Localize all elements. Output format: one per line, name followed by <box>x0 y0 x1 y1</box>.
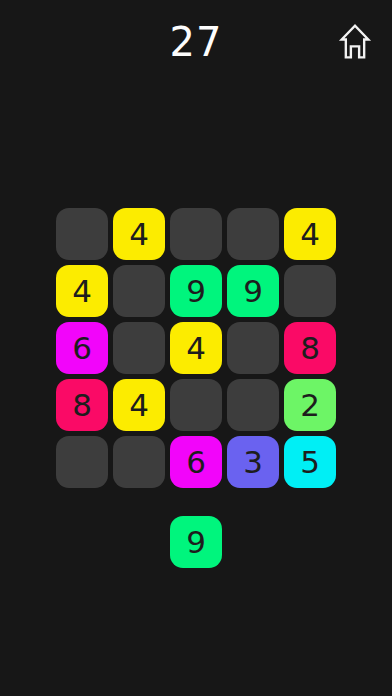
empty-cell[interactable] <box>227 322 279 374</box>
tile-8[interactable]: 8 <box>284 322 336 374</box>
tile-5[interactable]: 5 <box>284 436 336 488</box>
tile-2[interactable]: 2 <box>284 379 336 431</box>
tile-4[interactable]: 4 <box>113 379 165 431</box>
tile-9[interactable]: 9 <box>227 265 279 317</box>
board: 44499648842635 <box>56 208 336 488</box>
empty-cell[interactable] <box>170 379 222 431</box>
tile-4[interactable]: 4 <box>56 265 108 317</box>
empty-cell[interactable] <box>56 436 108 488</box>
empty-cell[interactable] <box>113 322 165 374</box>
empty-cell[interactable] <box>113 436 165 488</box>
spawn-tile[interactable]: 9 <box>170 516 222 568</box>
tile-4[interactable]: 4 <box>284 208 336 260</box>
empty-cell[interactable] <box>170 208 222 260</box>
home-icon <box>333 18 377 62</box>
tile-9[interactable]: 9 <box>170 265 222 317</box>
empty-cell[interactable] <box>113 265 165 317</box>
tile-6[interactable]: 6 <box>170 436 222 488</box>
tile-8[interactable]: 8 <box>56 379 108 431</box>
tile-3[interactable]: 3 <box>227 436 279 488</box>
tile-4[interactable]: 4 <box>170 322 222 374</box>
tile-4[interactable]: 4 <box>113 208 165 260</box>
empty-cell[interactable] <box>227 208 279 260</box>
empty-cell[interactable] <box>56 208 108 260</box>
empty-cell[interactable] <box>227 379 279 431</box>
home-button[interactable] <box>332 17 377 62</box>
empty-cell[interactable] <box>284 265 336 317</box>
tile-6[interactable]: 6 <box>56 322 108 374</box>
